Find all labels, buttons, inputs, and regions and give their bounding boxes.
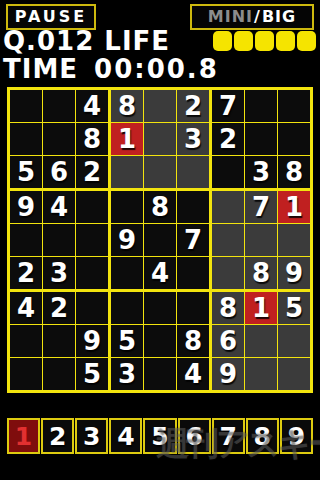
sudoku-cell-r2c7[interactable]: 2 [212, 123, 244, 155]
sudoku-box-6: 7189 [212, 191, 310, 289]
sudoku-cell-r1c4[interactable]: 8 [111, 90, 143, 122]
sudoku-cell-r7c5[interactable] [144, 292, 176, 324]
sudoku-cell-r7c8[interactable]: 1 [245, 292, 277, 324]
sudoku-box-3: 7238 [212, 90, 310, 188]
sudoku-cell-r5c1[interactable] [10, 224, 42, 256]
sudoku-cell-r8c9[interactable] [278, 325, 310, 357]
sudoku-cell-r8c3[interactable]: 9 [76, 325, 108, 357]
sudoku-cell-r5c8[interactable] [245, 224, 277, 256]
sudoku-cell-r8c6[interactable]: 8 [177, 325, 209, 357]
sudoku-cell-r6c9[interactable]: 9 [278, 257, 310, 289]
sudoku-cell-r1c1[interactable] [10, 90, 42, 122]
sudoku-cell-r3c1[interactable]: 5 [10, 156, 42, 188]
sudoku-cell-r9c9[interactable] [278, 358, 310, 390]
number-pad: 123456789 [7, 418, 313, 454]
sudoku-cell-r6c5[interactable]: 4 [144, 257, 176, 289]
question-life-line: Q.012 LIFE [3, 28, 170, 54]
sudoku-cell-r4c8[interactable]: 7 [245, 191, 277, 223]
sudoku-cell-r4c2[interactable]: 4 [43, 191, 75, 223]
sudoku-cell-r2c3[interactable]: 8 [76, 123, 108, 155]
time-line: TIME 00:00.8 [3, 56, 219, 82]
sudoku-cell-r5c7[interactable] [212, 224, 244, 256]
sudoku-cell-r5c2[interactable] [43, 224, 75, 256]
life-square-icon [276, 31, 295, 51]
sudoku-cell-r6c3[interactable] [76, 257, 108, 289]
sudoku-cell-r5c4[interactable]: 9 [111, 224, 143, 256]
slash-label: / [253, 9, 262, 25]
sudoku-cell-r6c7[interactable] [212, 257, 244, 289]
time-label: TIME [3, 54, 78, 84]
sudoku-cell-r6c6[interactable] [177, 257, 209, 289]
sudoku-board: 48562821372389423897471894295583481569 [7, 87, 313, 393]
sudoku-cell-r6c1[interactable]: 2 [10, 257, 42, 289]
sudoku-cell-r7c6[interactable] [177, 292, 209, 324]
sudoku-cell-r7c1[interactable]: 4 [10, 292, 42, 324]
number-button-2[interactable]: 2 [41, 418, 74, 454]
sudoku-cell-r8c7[interactable]: 6 [212, 325, 244, 357]
sudoku-cell-r2c8[interactable] [245, 123, 277, 155]
sudoku-cell-r8c2[interactable] [43, 325, 75, 357]
sudoku-cell-r4c4[interactable] [111, 191, 143, 223]
mini-label: MINI [208, 9, 253, 25]
number-button-7[interactable]: 7 [212, 418, 245, 454]
life-square-icon [297, 31, 316, 51]
sudoku-cell-r6c4[interactable] [111, 257, 143, 289]
sudoku-box-4: 9423 [10, 191, 108, 289]
sudoku-box-9: 81569 [212, 292, 310, 390]
number-button-6[interactable]: 6 [178, 418, 211, 454]
sudoku-cell-r2c1[interactable] [10, 123, 42, 155]
number-button-5[interactable]: 5 [143, 418, 176, 454]
sudoku-cell-r9c3[interactable]: 5 [76, 358, 108, 390]
sudoku-cell-r8c8[interactable] [245, 325, 277, 357]
sudoku-cell-r4c3[interactable] [76, 191, 108, 223]
sudoku-cell-r5c3[interactable] [76, 224, 108, 256]
sudoku-cell-r3c8[interactable]: 3 [245, 156, 277, 188]
sudoku-cell-r2c4[interactable]: 1 [111, 123, 143, 155]
big-label: BIG [262, 9, 296, 25]
sudoku-cell-r1c8[interactable] [245, 90, 277, 122]
sudoku-cell-r1c3[interactable]: 4 [76, 90, 108, 122]
sudoku-game-screen: PAUSE MINI / BIG Q.012 LIFE TIME 00:00.8… [0, 0, 320, 480]
sudoku-box-5: 8974 [111, 191, 209, 289]
sudoku-cell-r9c2[interactable] [43, 358, 75, 390]
sudoku-cell-r4c6[interactable] [177, 191, 209, 223]
sudoku-cell-r1c2[interactable] [43, 90, 75, 122]
sudoku-cell-r7c9[interactable]: 5 [278, 292, 310, 324]
number-button-9[interactable]: 9 [280, 418, 313, 454]
sudoku-cell-r9c4[interactable]: 3 [111, 358, 143, 390]
sudoku-box-8: 5834 [111, 292, 209, 390]
sudoku-cell-r4c1[interactable]: 9 [10, 191, 42, 223]
sudoku-cell-r7c7[interactable]: 8 [212, 292, 244, 324]
sudoku-cell-r4c5[interactable]: 8 [144, 191, 176, 223]
sudoku-cell-r8c4[interactable]: 5 [111, 325, 143, 357]
sudoku-cell-r8c5[interactable] [144, 325, 176, 357]
mini-big-toggle[interactable]: MINI / BIG [190, 4, 314, 30]
sudoku-box-2: 8213 [111, 90, 209, 188]
sudoku-cell-r7c4[interactable] [111, 292, 143, 324]
number-button-4[interactable]: 4 [109, 418, 142, 454]
sudoku-cell-r5c6[interactable]: 7 [177, 224, 209, 256]
number-button-1[interactable]: 1 [7, 418, 40, 454]
life-square-icon [213, 31, 232, 51]
sudoku-cell-r3c3[interactable]: 2 [76, 156, 108, 188]
sudoku-cell-r3c7[interactable] [212, 156, 244, 188]
sudoku-cell-r5c9[interactable] [278, 224, 310, 256]
sudoku-cell-r8c1[interactable] [10, 325, 42, 357]
sudoku-cell-r1c5[interactable] [144, 90, 176, 122]
sudoku-cell-r2c6[interactable]: 3 [177, 123, 209, 155]
sudoku-cell-r5c5[interactable] [144, 224, 176, 256]
sudoku-cell-r2c9[interactable] [278, 123, 310, 155]
number-button-3[interactable]: 3 [75, 418, 108, 454]
sudoku-cell-r2c5[interactable] [144, 123, 176, 155]
life-square-icon [255, 31, 274, 51]
sudoku-cell-r3c9[interactable]: 8 [278, 156, 310, 188]
sudoku-cell-r6c2[interactable]: 3 [43, 257, 75, 289]
sudoku-cell-r1c6[interactable]: 2 [177, 90, 209, 122]
sudoku-cell-r3c5[interactable] [144, 156, 176, 188]
sudoku-box-7: 4295 [10, 292, 108, 390]
sudoku-cell-r9c7[interactable]: 9 [212, 358, 244, 390]
sudoku-cell-r9c8[interactable] [245, 358, 277, 390]
sudoku-cell-r9c6[interactable]: 4 [177, 358, 209, 390]
sudoku-box-1: 48562 [10, 90, 108, 188]
sudoku-cell-r2c2[interactable] [43, 123, 75, 155]
sudoku-cell-r1c9[interactable] [278, 90, 310, 122]
sudoku-cell-r7c2[interactable]: 2 [43, 292, 75, 324]
life-indicator [213, 31, 316, 51]
time-value: 00:00.8 [94, 54, 219, 84]
life-square-icon [234, 31, 253, 51]
sudoku-cell-r3c6[interactable] [177, 156, 209, 188]
life-label: LIFE [104, 26, 170, 56]
sudoku-cell-r1c7[interactable]: 7 [212, 90, 244, 122]
sudoku-cell-r9c5[interactable] [144, 358, 176, 390]
question-number: Q.012 [3, 26, 94, 56]
sudoku-cell-r3c2[interactable]: 6 [43, 156, 75, 188]
sudoku-cell-r6c8[interactable]: 8 [245, 257, 277, 289]
number-button-8[interactable]: 8 [246, 418, 279, 454]
sudoku-cell-r9c1[interactable] [10, 358, 42, 390]
sudoku-cell-r7c3[interactable] [76, 292, 108, 324]
pause-button-label: PAUSE [15, 9, 88, 25]
sudoku-cell-r3c4[interactable] [111, 156, 143, 188]
sudoku-cell-r4c9[interactable]: 1 [278, 191, 310, 223]
sudoku-cell-r4c7[interactable] [212, 191, 244, 223]
